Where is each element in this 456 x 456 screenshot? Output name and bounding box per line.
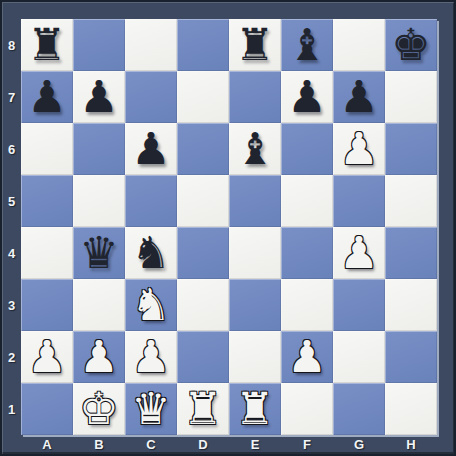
black-knight-c4[interactable]: ♞ xyxy=(131,231,170,275)
square-b3[interactable] xyxy=(73,279,125,331)
square-d6[interactable] xyxy=(177,123,229,175)
file-label-b: B xyxy=(73,434,125,454)
square-f4[interactable] xyxy=(281,227,333,279)
square-h2[interactable] xyxy=(385,331,437,383)
file-label-a: A xyxy=(21,434,73,454)
rank-label-5: 5 xyxy=(2,175,21,227)
black-pawn-g7[interactable]: ♟ xyxy=(339,75,378,119)
square-b4[interactable]: ♛ xyxy=(73,227,125,279)
rank-labels: 87654321 xyxy=(2,19,21,435)
square-g2[interactable] xyxy=(333,331,385,383)
square-h7[interactable] xyxy=(385,71,437,123)
square-c5[interactable] xyxy=(125,175,177,227)
rank-label-2: 2 xyxy=(2,331,21,383)
black-king-h8[interactable]: ♚ xyxy=(391,23,430,67)
square-f2[interactable]: ♟ xyxy=(281,331,333,383)
file-label-f: F xyxy=(281,434,333,454)
chess-board-frame: 87654321 ♜♜♝♚♟♟♟♟♟♝♟♛♞♟♞♟♟♟♟♚♛♜♜ ABCDEFG… xyxy=(0,0,456,456)
square-e6[interactable]: ♝ xyxy=(229,123,281,175)
white-rook-e1[interactable]: ♜ xyxy=(235,387,274,431)
square-a5[interactable] xyxy=(21,175,73,227)
square-a6[interactable] xyxy=(21,123,73,175)
square-c2[interactable]: ♟ xyxy=(125,331,177,383)
square-a3[interactable] xyxy=(21,279,73,331)
white-pawn-g4[interactable]: ♟ xyxy=(339,231,378,275)
square-f5[interactable] xyxy=(281,175,333,227)
square-d5[interactable] xyxy=(177,175,229,227)
square-g8[interactable] xyxy=(333,19,385,71)
square-d2[interactable] xyxy=(177,331,229,383)
square-g1[interactable] xyxy=(333,383,385,435)
white-knight-c3[interactable]: ♞ xyxy=(131,283,170,327)
square-h5[interactable] xyxy=(385,175,437,227)
black-pawn-b7[interactable]: ♟ xyxy=(79,75,118,119)
white-rook-d1[interactable]: ♜ xyxy=(183,387,222,431)
square-e8[interactable]: ♜ xyxy=(229,19,281,71)
square-d3[interactable] xyxy=(177,279,229,331)
square-h8[interactable]: ♚ xyxy=(385,19,437,71)
white-pawn-f2[interactable]: ♟ xyxy=(287,335,326,379)
square-h6[interactable] xyxy=(385,123,437,175)
square-b5[interactable] xyxy=(73,175,125,227)
square-e5[interactable] xyxy=(229,175,281,227)
square-c7[interactable] xyxy=(125,71,177,123)
file-label-h: H xyxy=(385,434,437,454)
square-g7[interactable]: ♟ xyxy=(333,71,385,123)
white-pawn-c2[interactable]: ♟ xyxy=(131,335,170,379)
white-pawn-a2[interactable]: ♟ xyxy=(27,335,66,379)
rank-label-8: 8 xyxy=(2,19,21,71)
square-d7[interactable] xyxy=(177,71,229,123)
square-c4[interactable]: ♞ xyxy=(125,227,177,279)
square-a4[interactable] xyxy=(21,227,73,279)
square-b2[interactable]: ♟ xyxy=(73,331,125,383)
square-h4[interactable] xyxy=(385,227,437,279)
rank-label-4: 4 xyxy=(2,227,21,279)
rank-label-3: 3 xyxy=(2,279,21,331)
square-d4[interactable] xyxy=(177,227,229,279)
square-e4[interactable] xyxy=(229,227,281,279)
square-c6[interactable]: ♟ xyxy=(125,123,177,175)
square-d1[interactable]: ♜ xyxy=(177,383,229,435)
chess-board: ♜♜♝♚♟♟♟♟♟♝♟♛♞♟♞♟♟♟♟♚♛♜♜ xyxy=(21,19,437,435)
black-pawn-a7[interactable]: ♟ xyxy=(27,75,66,119)
rank-label-6: 6 xyxy=(2,123,21,175)
square-e1[interactable]: ♜ xyxy=(229,383,281,435)
square-g3[interactable] xyxy=(333,279,385,331)
file-label-c: C xyxy=(125,434,177,454)
black-bishop-e6[interactable]: ♝ xyxy=(235,127,274,171)
square-b6[interactable] xyxy=(73,123,125,175)
square-f6[interactable] xyxy=(281,123,333,175)
square-b8[interactable] xyxy=(73,19,125,71)
file-label-e: E xyxy=(229,434,281,454)
square-e3[interactable] xyxy=(229,279,281,331)
square-c1[interactable]: ♛ xyxy=(125,383,177,435)
black-pawn-f7[interactable]: ♟ xyxy=(287,75,326,119)
square-b1[interactable]: ♚ xyxy=(73,383,125,435)
white-pawn-b2[interactable]: ♟ xyxy=(79,335,118,379)
square-h3[interactable] xyxy=(385,279,437,331)
square-c8[interactable] xyxy=(125,19,177,71)
square-a8[interactable]: ♜ xyxy=(21,19,73,71)
square-f1[interactable] xyxy=(281,383,333,435)
black-pawn-c6[interactable]: ♟ xyxy=(131,127,170,171)
square-b7[interactable]: ♟ xyxy=(73,71,125,123)
square-a1[interactable] xyxy=(21,383,73,435)
square-g4[interactable]: ♟ xyxy=(333,227,385,279)
black-queen-b4[interactable]: ♛ xyxy=(79,231,118,275)
white-king-b1[interactable]: ♚ xyxy=(79,387,118,431)
white-queen-c1[interactable]: ♛ xyxy=(131,387,170,431)
black-rook-e8[interactable]: ♜ xyxy=(235,23,274,67)
black-bishop-f8[interactable]: ♝ xyxy=(287,23,326,67)
square-c3[interactable]: ♞ xyxy=(125,279,177,331)
square-a2[interactable]: ♟ xyxy=(21,331,73,383)
square-a7[interactable]: ♟ xyxy=(21,71,73,123)
file-label-g: G xyxy=(333,434,385,454)
rank-label-1: 1 xyxy=(2,383,21,435)
file-label-d: D xyxy=(177,434,229,454)
white-pawn-g6[interactable]: ♟ xyxy=(339,127,378,171)
square-f7[interactable]: ♟ xyxy=(281,71,333,123)
square-h1[interactable] xyxy=(385,383,437,435)
square-e2[interactable] xyxy=(229,331,281,383)
square-f3[interactable] xyxy=(281,279,333,331)
file-labels: ABCDEFGH xyxy=(21,434,437,454)
square-g5[interactable] xyxy=(333,175,385,227)
black-rook-a8[interactable]: ♜ xyxy=(27,23,66,67)
square-d8[interactable] xyxy=(177,19,229,71)
rank-label-7: 7 xyxy=(2,71,21,123)
square-g6[interactable]: ♟ xyxy=(333,123,385,175)
square-e7[interactable] xyxy=(229,71,281,123)
square-f8[interactable]: ♝ xyxy=(281,19,333,71)
